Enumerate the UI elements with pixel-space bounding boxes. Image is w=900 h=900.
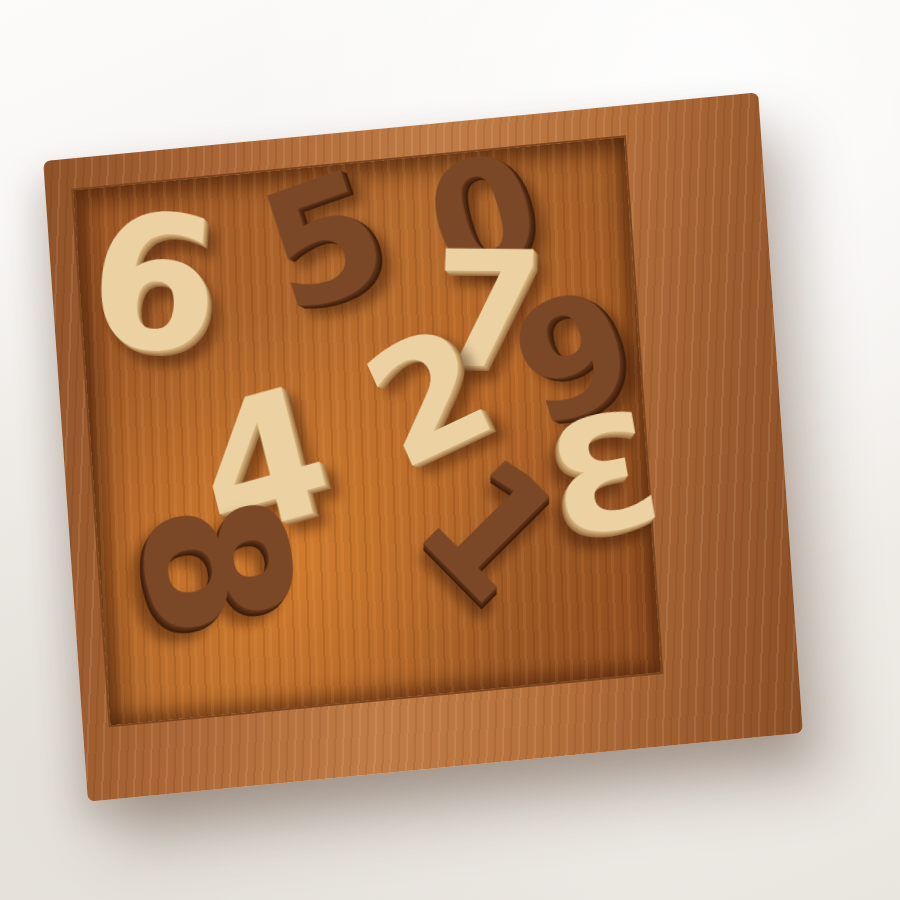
- puzzle-piece-8[interactable]: 8: [108, 480, 323, 652]
- photo-background: 6507249381: [0, 0, 900, 900]
- puzzle-piece-5[interactable]: 5: [245, 146, 405, 340]
- puzzle-piece-6[interactable]: 6: [84, 188, 225, 379]
- puzzle-tray: 6507249381: [43, 92, 803, 801]
- tray-recess: 6507249381: [71, 135, 663, 727]
